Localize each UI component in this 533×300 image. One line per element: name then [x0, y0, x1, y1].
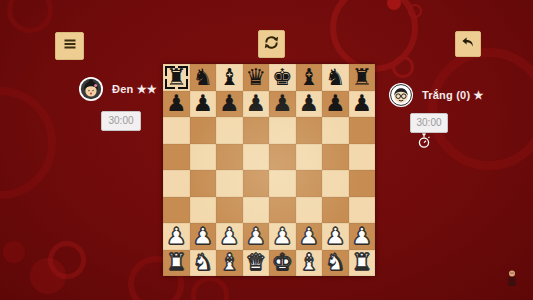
- piece-black-pawn[interactable]: ♟: [216, 91, 243, 118]
- square-e5[interactable]: [269, 144, 296, 171]
- square-d6[interactable]: [243, 117, 270, 144]
- square-c5[interactable]: [216, 144, 243, 171]
- square-d7[interactable]: ♟: [243, 91, 270, 118]
- piece-white-knight[interactable]: ♞: [322, 250, 349, 277]
- square-g6[interactable]: [322, 117, 349, 144]
- piece-black-bishop[interactable]: ♝: [296, 64, 323, 91]
- square-a2[interactable]: ♟: [163, 223, 190, 250]
- piece-black-pawn[interactable]: ♟: [349, 91, 376, 118]
- square-h4[interactable]: [349, 170, 376, 197]
- square-h5[interactable]: [349, 144, 376, 171]
- square-g2[interactable]: ♟: [322, 223, 349, 250]
- square-g8[interactable]: ♞: [322, 64, 349, 91]
- piece-black-pawn[interactable]: ♟: [322, 91, 349, 118]
- piece-black-queen[interactable]: ♛: [243, 64, 270, 91]
- square-b5[interactable]: [190, 144, 217, 171]
- piece-black-knight[interactable]: ♞: [322, 64, 349, 91]
- piece-black-pawn[interactable]: ♟: [190, 91, 217, 118]
- square-h7[interactable]: ♟: [349, 91, 376, 118]
- white-player-row: Trắng (0) ★: [389, 83, 484, 107]
- square-f8[interactable]: ♝: [296, 64, 323, 91]
- square-f7[interactable]: ♟: [296, 91, 323, 118]
- piece-black-pawn[interactable]: ♟: [269, 91, 296, 118]
- piece-white-pawn[interactable]: ♟: [322, 223, 349, 250]
- square-a4[interactable]: [163, 170, 190, 197]
- piece-white-pawn[interactable]: ♟: [216, 223, 243, 250]
- decor-circle: [7, 0, 53, 33]
- square-g4[interactable]: [322, 170, 349, 197]
- square-e4[interactable]: [269, 170, 296, 197]
- square-f5[interactable]: [296, 144, 323, 171]
- square-a1[interactable]: ♜: [163, 250, 190, 277]
- white-player-name: Trắng (0) ★: [422, 89, 484, 102]
- piece-white-knight[interactable]: ♞: [190, 250, 217, 277]
- chess-board: ♜♞♝♛♚♝♞♜♟♟♟♟♟♟♟♟♟♟♟♟♟♟♟♟♜♞♝♛♚♝♞♜: [163, 64, 375, 276]
- square-e2[interactable]: ♟: [269, 223, 296, 250]
- decor-circle: [408, 4, 422, 18]
- square-b1[interactable]: ♞: [190, 250, 217, 277]
- decor-circle: [428, 48, 533, 170]
- square-c4[interactable]: [216, 170, 243, 197]
- white-clock: 30:00: [410, 113, 448, 133]
- square-e1[interactable]: ♚: [269, 250, 296, 277]
- decor-circle: [0, 87, 56, 199]
- refresh-icon: [263, 34, 280, 55]
- piece-white-rook[interactable]: ♜: [163, 250, 190, 277]
- square-f1[interactable]: ♝: [296, 250, 323, 277]
- decor-circle: [392, 56, 414, 78]
- square-e7[interactable]: ♟: [269, 91, 296, 118]
- square-a5[interactable]: [163, 144, 190, 171]
- piece-black-pawn[interactable]: ♟: [296, 91, 323, 118]
- square-b2[interactable]: ♟: [190, 223, 217, 250]
- piece-black-pawn[interactable]: ♟: [163, 91, 190, 118]
- square-d4[interactable]: [243, 170, 270, 197]
- decor-circle: [30, 258, 66, 294]
- mini-person-icon[interactable]: [507, 270, 517, 287]
- piece-white-queen[interactable]: ♛: [243, 250, 270, 277]
- stopwatch-icon: [417, 133, 431, 149]
- decor-circle: [387, 0, 401, 10]
- square-g1[interactable]: ♞: [322, 250, 349, 277]
- menu-button[interactable]: [55, 32, 84, 60]
- decor-circle: [330, 0, 418, 72]
- piece-black-bishop[interactable]: ♝: [216, 64, 243, 91]
- square-b8[interactable]: ♞: [190, 64, 217, 91]
- square-e6[interactable]: [269, 117, 296, 144]
- square-c1[interactable]: ♝: [216, 250, 243, 277]
- piece-white-pawn[interactable]: ♟: [296, 223, 323, 250]
- black-player-avatar[interactable]: [79, 77, 103, 101]
- square-a7[interactable]: ♟: [163, 91, 190, 118]
- piece-white-pawn[interactable]: ♟: [190, 223, 217, 250]
- square-c3[interactable]: [216, 197, 243, 224]
- piece-white-king[interactable]: ♚: [269, 250, 296, 277]
- black-player-row: Đen ★★: [79, 77, 157, 101]
- square-b7[interactable]: ♟: [190, 91, 217, 118]
- square-a6[interactable]: [163, 117, 190, 144]
- square-c8[interactable]: ♝: [216, 64, 243, 91]
- piece-white-pawn[interactable]: ♟: [269, 223, 296, 250]
- square-b4[interactable]: [190, 170, 217, 197]
- square-f6[interactable]: [296, 117, 323, 144]
- piece-black-pawn[interactable]: ♟: [243, 91, 270, 118]
- square-d5[interactable]: [243, 144, 270, 171]
- square-c7[interactable]: ♟: [216, 91, 243, 118]
- square-g5[interactable]: [322, 144, 349, 171]
- decor-circle: [3, 241, 25, 263]
- square-h6[interactable]: [349, 117, 376, 144]
- square-d2[interactable]: ♟: [243, 223, 270, 250]
- piece-black-rook[interactable]: ♜: [349, 64, 376, 91]
- piece-black-king[interactable]: ♚: [269, 64, 296, 91]
- piece-white-rook[interactable]: ♜: [349, 250, 376, 277]
- square-b6[interactable]: [190, 117, 217, 144]
- decor-circle: [48, 241, 86, 279]
- restart-button[interactable]: [258, 30, 285, 58]
- square-c2[interactable]: ♟: [216, 223, 243, 250]
- square-g3[interactable]: [322, 197, 349, 224]
- square-a3[interactable]: [163, 197, 190, 224]
- decor-circle: [191, 276, 229, 300]
- square-h3[interactable]: [349, 197, 376, 224]
- black-clock: 30:00: [101, 111, 141, 131]
- square-a8[interactable]: ♜: [163, 64, 190, 91]
- square-b3[interactable]: [190, 197, 217, 224]
- square-c6[interactable]: [216, 117, 243, 144]
- square-f4[interactable]: [296, 170, 323, 197]
- white-player-avatar[interactable]: [389, 83, 413, 107]
- piece-white-pawn[interactable]: ♟: [243, 223, 270, 250]
- piece-white-pawn[interactable]: ♟: [349, 223, 376, 250]
- square-f2[interactable]: ♟: [296, 223, 323, 250]
- square-d3[interactable]: [243, 197, 270, 224]
- piece-white-bishop[interactable]: ♝: [216, 250, 243, 277]
- black-player-name: Đen ★★: [112, 83, 157, 96]
- square-d8[interactable]: ♛: [243, 64, 270, 91]
- square-f3[interactable]: [296, 197, 323, 224]
- undo-button[interactable]: [455, 31, 481, 57]
- square-e8[interactable]: ♚: [269, 64, 296, 91]
- undo-arrow-icon: [460, 34, 476, 54]
- square-h1[interactable]: ♜: [349, 250, 376, 277]
- piece-white-pawn[interactable]: ♟: [163, 223, 190, 250]
- square-d1[interactable]: ♛: [243, 250, 270, 277]
- square-h8[interactable]: ♜: [349, 64, 376, 91]
- square-g7[interactable]: ♟: [322, 91, 349, 118]
- piece-black-rook[interactable]: ♜: [163, 64, 190, 91]
- square-e3[interactable]: [269, 197, 296, 224]
- piece-white-bishop[interactable]: ♝: [296, 250, 323, 277]
- hamburger-icon: [62, 36, 78, 56]
- app-window: Đen ★★ 30:00 Trắng (0) ★ 30:00: [0, 0, 533, 300]
- square-h2[interactable]: ♟: [349, 223, 376, 250]
- piece-black-knight[interactable]: ♞: [190, 64, 217, 91]
